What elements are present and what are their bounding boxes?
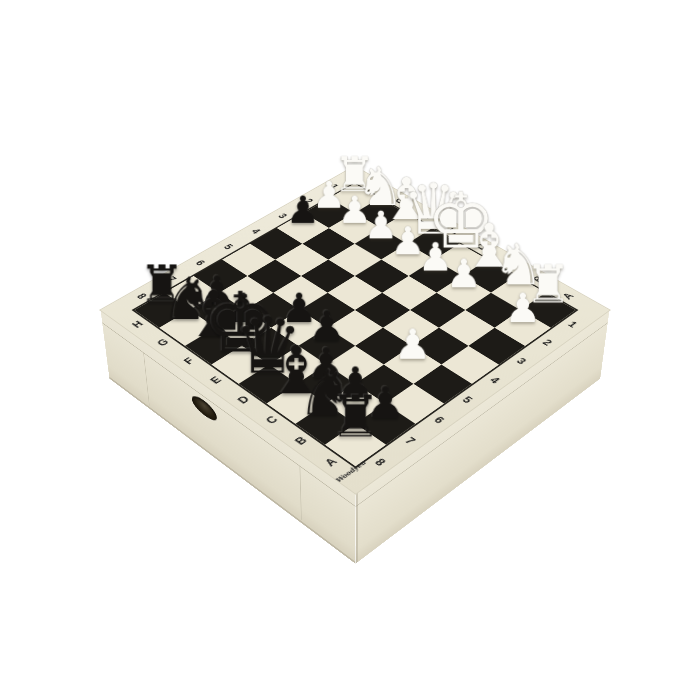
chess-box: ♜♞♝♛♚♝♞♜♟♟♟♟♟♟♟♟♟♟♟♟♟♟♟♟♜♞♝♚♛♝♞♜ HGFEDCB… — [100, 166, 609, 493]
piece-white-pawn-b5: ♟ — [394, 323, 431, 365]
chess-board: ♜♞♝♛♚♝♞♜♟♟♟♟♟♟♟♟♟♟♟♟♟♟♟♟♜♞♝♚♛♝♞♜ HGFEDCB… — [100, 166, 609, 493]
piece-white-pawn-a2: ♟ — [505, 287, 541, 328]
box-bottom-edge-right — [355, 492, 358, 564]
piece-black-rook-a8: ♜ — [330, 387, 381, 444]
drawer-seam-right — [300, 466, 302, 520]
drawer-seam-left — [143, 353, 149, 406]
piece-black-pawn-h3: ♟ — [286, 191, 320, 229]
product-photo: ♜♞♝♛♚♝♞♜♟♟♟♟♟♟♟♟♟♟♟♟♟♟♟♟♜♞♝♚♛♝♞♜ HGFEDCB… — [0, 0, 700, 700]
